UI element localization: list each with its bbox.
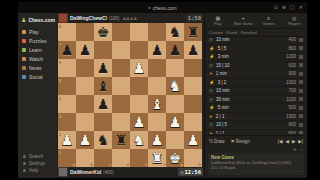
seek-time-control: 30 min — [216, 97, 238, 102]
piece-white-knight[interactable]: ♞ — [166, 77, 184, 95]
square-e3[interactable]: ♟ — [130, 113, 148, 131]
search-icon — [23, 155, 26, 158]
square-d2[interactable]: ♜ — [112, 131, 130, 149]
piece-white-pawn[interactable]: ♟ — [184, 131, 202, 149]
file-label: h — [199, 162, 201, 167]
square-a2[interactable]: 2♟ — [58, 131, 76, 149]
sidebar-item-play[interactable]: Play — [18, 27, 57, 36]
seek-avatar — [299, 55, 303, 59]
square-c7[interactable] — [94, 41, 112, 59]
seek-time-control: 3 min — [218, 54, 240, 59]
watch-icon — [22, 57, 26, 61]
square-e5[interactable] — [130, 77, 148, 95]
piece-black-knight[interactable]: ♞ — [94, 131, 112, 149]
seek-time-control: 1 min — [216, 71, 238, 76]
square-h2[interactable]: ♟ — [184, 131, 202, 149]
new-game-tab-icon: + — [242, 15, 245, 21]
social-icon — [22, 75, 26, 79]
seek-row[interactable]: ◷15 | 10600 — [205, 62, 307, 71]
time-control-icon: ➤ — [209, 113, 213, 120]
square-a7[interactable]: 7♟ — [58, 41, 76, 59]
chess-board[interactable]: 8♚♞♜7♟♟♟♟♟6♟♟5♝♞4♟♝3♟♟2♟♟♞♜♞♟♟1abcdef♜g♚… — [58, 23, 202, 167]
square-f6[interactable] — [148, 59, 166, 77]
seek-time-control: 1 | 1 — [216, 131, 238, 134]
rank-label: 4 — [59, 96, 61, 101]
site-favicon-icon: ● — [148, 5, 150, 10]
square-g5[interactable]: ♞ — [166, 77, 184, 95]
seek-time-control: 2 | 1 — [216, 114, 238, 119]
square-d7[interactable] — [112, 41, 130, 59]
square-h1[interactable]: h — [184, 149, 202, 167]
player-name[interactable]: DaWinnerKid — [70, 169, 101, 175]
seek-row[interactable]: ◷10 min700 — [205, 87, 307, 96]
sidebar-nav: PlayPuzzlesLearnWatchNewsSocial — [18, 27, 57, 81]
seek-row[interactable]: ⚡3 | 21000 — [205, 79, 307, 88]
seek-row[interactable]: ⚡3 min1200 — [205, 53, 307, 62]
panel-tabs: ▦Play+New Game≡Games◎Players — [205, 13, 307, 29]
square-b6[interactable] — [76, 59, 94, 77]
time-control-icon: ◷ — [209, 96, 213, 103]
piece-white-rook[interactable]: ♜ — [148, 149, 166, 167]
seek-time-control: 5 min — [218, 105, 240, 110]
rank-label: 8 — [59, 24, 61, 29]
logo-text: Chess.com — [28, 17, 55, 23]
seek-rating: 1000 — [286, 80, 296, 85]
square-d6[interactable] — [112, 59, 130, 77]
sidebar-footer: SearchSettingsHelp — [18, 153, 57, 174]
piece-white-pawn[interactable]: ♟ — [58, 131, 76, 149]
sidebar-item-label: Puzzles — [29, 38, 47, 44]
square-f5[interactable] — [148, 77, 166, 95]
square-d5[interactable] — [112, 77, 130, 95]
time-control-icon: ◷ — [209, 62, 213, 69]
window-maximize-icon[interactable]: ▢ — [290, 2, 295, 13]
square-f7[interactable]: ♟ — [148, 41, 166, 59]
tab-label: Players — [288, 22, 301, 26]
piece-black-king[interactable]: ♚ — [94, 23, 112, 41]
seek-row[interactable]: ➤1 min900 — [205, 70, 307, 79]
square-c2[interactable]: ♞ — [94, 131, 112, 149]
seek-avatar — [299, 46, 303, 50]
size-increase-button[interactable]: + — [293, 146, 296, 152]
player-bar: DaWinnerKid (400) ◷ 12:56 — [58, 167, 203, 177]
sidebar-item-watch[interactable]: Watch — [18, 54, 57, 63]
window-controls: ⊙ ⊕ ▢ ✕ — [274, 2, 303, 13]
seek-rating: 1100 — [286, 97, 296, 102]
sidebar-footer-label: Search — [29, 154, 43, 159]
tab-label: Play — [214, 22, 221, 26]
square-b7[interactable]: ♟ — [76, 41, 94, 59]
app-window: ● chess.com ⊙ ⊕ ▢ ✕ ♟ Chess.com PlayPuzz… — [18, 2, 307, 178]
square-e4[interactable] — [130, 95, 148, 113]
piece-black-pawn[interactable]: ♟ — [184, 41, 202, 59]
window-close-icon[interactable]: ✕ — [299, 2, 303, 13]
square-d4[interactable] — [112, 95, 130, 113]
seek-time-control: 10 min — [216, 88, 238, 93]
square-g2[interactable] — [166, 131, 184, 149]
window-title: ● chess.com — [148, 5, 176, 11]
play-panel: ▦Play+New Game≡Games◎Players Custom · Ra… — [204, 13, 307, 178]
sidebar-item-label: Learn — [29, 47, 42, 53]
seek-rating: 600 — [288, 63, 296, 68]
sidebar-item-news[interactable]: News — [18, 63, 57, 72]
chesscom-logo[interactable]: ♟ Chess.com — [18, 13, 57, 27]
piece-black-bishop[interactable]: ♝ — [94, 77, 112, 95]
sidebar-item-label: News — [29, 65, 42, 71]
seek-avatar — [299, 89, 303, 93]
tab-players[interactable]: ◎Players — [282, 13, 308, 28]
move-navigation: |◀ ◀ ▶ ▶| — [278, 139, 303, 144]
piece-black-pawn[interactable]: ♟ — [148, 41, 166, 59]
nav-forward-icon[interactable]: ▶ — [292, 139, 295, 144]
seek-rating: 700 — [288, 88, 296, 93]
board-column: DaWingChewCl (100) ♙ ♙ ♙ ♙ 1:50 8♚♞♜7♟♟♟… — [57, 13, 204, 178]
square-h8[interactable]: ♜ — [184, 23, 202, 41]
chat-more-icon[interactable]: ⋯ — [297, 168, 302, 174]
square-f2[interactable]: ♟ — [148, 131, 166, 149]
piece-white-pawn[interactable]: ♟ — [148, 131, 166, 149]
seek-time-control: 15 | 10 — [216, 63, 238, 68]
square-e6[interactable]: ♟ — [130, 59, 148, 77]
file-label: d — [127, 162, 129, 167]
help-icon — [23, 169, 26, 172]
seek-time-control: 10 min — [216, 37, 238, 42]
sidebar-footer-label: Settings — [29, 161, 45, 166]
square-a8[interactable]: 8 — [58, 23, 76, 41]
square-h3[interactable] — [184, 113, 202, 131]
time-control-icon: ⚡ — [209, 45, 215, 52]
seek-rating: 900 — [288, 71, 296, 76]
square-c1[interactable]: c — [94, 149, 112, 167]
seek-rating: 1300 — [286, 114, 296, 119]
file-label: b — [91, 162, 93, 167]
seek-avatar — [299, 38, 303, 42]
opponent-rating: (100) — [109, 16, 120, 21]
puzzles-icon — [22, 39, 26, 43]
square-b5[interactable] — [76, 77, 94, 95]
news-icon — [22, 66, 26, 70]
players-tab-icon: ◎ — [292, 15, 296, 21]
square-b1[interactable]: b — [76, 149, 94, 167]
nav-back-icon[interactable]: ◀ — [285, 139, 288, 144]
sidebar-item-label: Watch — [29, 56, 43, 62]
tab-label: Games — [263, 22, 275, 26]
seek-rating: 600 — [288, 131, 296, 134]
seek-avatar — [299, 114, 303, 118]
square-a3[interactable]: 3 — [58, 113, 76, 131]
file-label: e — [145, 162, 147, 167]
time-control-icon: ➤ — [209, 130, 213, 134]
seek-rating: 500 — [288, 105, 296, 110]
rank-label: 1 — [59, 150, 61, 155]
sidebar: ♟ Chess.com PlayPuzzlesLearnWatchNewsSoc… — [18, 13, 57, 178]
square-g7[interactable]: ♟ — [166, 41, 184, 59]
seek-avatar — [299, 123, 303, 127]
settings-icon — [23, 162, 26, 165]
player-avatar[interactable] — [58, 167, 68, 177]
square-e1[interactable]: e — [130, 149, 148, 167]
sidebar-item-puzzles[interactable]: Puzzles — [18, 36, 57, 45]
square-a6[interactable]: 6 — [58, 59, 76, 77]
file-label: c — [109, 162, 111, 167]
opponent-clock-time: 1:50 — [188, 15, 201, 21]
square-c5[interactable]: ♝ — [94, 77, 112, 95]
square-b2[interactable]: ♟ — [76, 131, 94, 149]
chat-box: New Game DaWinnerKid (400) vs. DaWingChe… — [208, 153, 304, 175]
square-h7[interactable]: ♟ — [184, 41, 202, 59]
seek-row[interactable]: ➤1 | 1600 — [205, 130, 307, 135]
seek-row[interactable]: ◷30 min1100 — [205, 96, 307, 105]
opponent-clock: 1:50 — [186, 14, 203, 22]
piece-black-rook[interactable]: ♜ — [112, 131, 130, 149]
sidebar-item-label: Social — [29, 74, 43, 80]
seek-time-control: 5 | 5 — [218, 46, 240, 51]
seek-avatar — [299, 131, 303, 134]
window-refresh-icon[interactable]: ⊙ — [274, 2, 278, 13]
seek-avatar — [299, 97, 303, 101]
square-f8[interactable] — [148, 23, 166, 41]
square-f1[interactable]: f♜ — [148, 149, 166, 167]
piece-black-pawn[interactable]: ♟ — [94, 59, 112, 77]
player-rating: (400) — [103, 170, 114, 175]
square-f4[interactable]: ♝ — [148, 95, 166, 113]
tab-play[interactable]: ▦Play — [205, 13, 231, 28]
seek-row[interactable]: ➤2 | 11300 — [205, 113, 307, 122]
piece-black-pawn[interactable]: ♟ — [76, 41, 94, 59]
seek-time-control: 3 | 2 — [218, 80, 240, 85]
seek-row[interactable]: ◷10 | 5800 — [205, 121, 307, 130]
opponent-captured-pieces: ♙ ♙ ♙ ♙ — [122, 16, 136, 21]
seek-avatar — [299, 63, 303, 67]
time-control-icon: ⚡ — [209, 53, 215, 60]
square-e2[interactable]: ♞ — [130, 131, 148, 149]
square-c4[interactable]: ♟ — [94, 95, 112, 113]
time-control-icon: ◷ — [209, 121, 213, 128]
nav-last-icon[interactable]: ▶| — [298, 139, 303, 144]
window-title-text: chess.com — [153, 5, 177, 11]
seek-row[interactable]: ◷10 min400 — [205, 36, 307, 45]
time-control-icon: ◷ — [209, 87, 213, 94]
tab-new-game[interactable]: +New Game — [231, 13, 257, 28]
sidebar-footer-label: Help — [29, 168, 38, 173]
sidebar-item-label: Play — [29, 29, 39, 35]
play-icon — [22, 30, 26, 34]
draw-button[interactable]: ½ Draw — [209, 139, 225, 144]
square-d1[interactable]: d — [112, 149, 130, 167]
opponent-avatar[interactable] — [58, 13, 68, 23]
piece-white-bishop[interactable]: ♝ — [148, 95, 166, 113]
player-clock: ◷ 12:56 — [178, 168, 203, 176]
seek-list: ◷10 min400⚡5 | 5800⚡3 min1200◷15 | 10600… — [205, 36, 307, 134]
time-control-icon: ⚡ — [209, 104, 215, 111]
player-clock-time: 12:56 — [184, 169, 201, 175]
seek-time-control: 10 | 5 — [216, 122, 238, 127]
piece-white-pawn[interactable]: ♟ — [166, 113, 184, 131]
opponent-bar: DaWingChewCl (100) ♙ ♙ ♙ ♙ 1:50 — [58, 13, 203, 23]
square-e7[interactable] — [130, 41, 148, 59]
file-label: a — [73, 162, 75, 167]
square-h4[interactable] — [184, 95, 202, 113]
square-a4[interactable]: 4 — [58, 95, 76, 113]
seek-row[interactable]: ⚡5 | 5800 — [205, 45, 307, 54]
time-control-icon: ⚡ — [209, 79, 215, 86]
square-b3[interactable] — [76, 113, 94, 131]
sidebar-item-learn[interactable]: Learn — [18, 45, 57, 54]
square-f3[interactable] — [148, 113, 166, 131]
sidebar-item-social[interactable]: Social — [18, 72, 57, 81]
nav-first-icon[interactable]: |◀ — [278, 139, 283, 144]
piece-black-pawn[interactable]: ♟ — [94, 95, 112, 113]
window-zoom-icon[interactable]: ⊕ — [282, 2, 286, 13]
piece-black-knight[interactable]: ♞ — [166, 23, 184, 41]
seek-rating: 1200 — [286, 54, 296, 59]
square-d8[interactable] — [112, 23, 130, 41]
piece-white-king[interactable]: ♚ — [166, 149, 184, 167]
square-a5[interactable]: 5 — [58, 77, 76, 95]
time-control-icon: ◷ — [209, 36, 213, 43]
tab-label: New Game — [234, 22, 253, 26]
piece-white-pawn[interactable]: ♟ — [130, 59, 148, 77]
sidebar-footer-help[interactable]: Help — [18, 167, 57, 174]
piece-white-pawn[interactable]: ♟ — [76, 131, 94, 149]
seek-rating: 800 — [288, 46, 296, 51]
square-a1[interactable]: 1a — [58, 149, 76, 167]
square-c3[interactable] — [94, 113, 112, 131]
logo-pawn-icon: ♟ — [21, 16, 26, 23]
square-h6[interactable] — [184, 59, 202, 77]
screenshot-root: { "game": "chess", "position": { "fen": … — [0, 0, 320, 180]
sidebar-footer-settings[interactable]: Settings — [18, 160, 57, 167]
square-g1[interactable]: g♚ — [166, 149, 184, 167]
time-control-icon: ➤ — [209, 70, 213, 77]
seek-rating: 400 — [288, 37, 296, 42]
square-c8[interactable]: ♚ — [94, 23, 112, 41]
square-g3[interactable]: ♟ — [166, 113, 184, 131]
seek-avatar — [299, 80, 303, 84]
piece-white-knight[interactable]: ♞ — [130, 131, 148, 149]
square-g4[interactable] — [166, 95, 184, 113]
square-c6[interactable]: ♟ — [94, 59, 112, 77]
piece-black-pawn[interactable]: ♟ — [166, 41, 184, 59]
tab-games[interactable]: ≡Games — [256, 13, 282, 28]
rank-label: 6 — [59, 60, 61, 65]
opponent-name[interactable]: DaWingChewCl — [70, 15, 107, 21]
chat-timecontrol-line: 15 | 10 Rapid — [211, 165, 301, 170]
window-titlebar: ● chess.com ⊙ ⊕ ▢ ✕ — [18, 2, 307, 13]
square-g8[interactable]: ♞ — [166, 23, 184, 41]
board-size-controls: + − — [293, 146, 303, 152]
piece-black-rook[interactable]: ♜ — [184, 23, 202, 41]
game-actions: ½ Draw ⚑ Resign |◀ ◀ ▶ ▶| — [205, 135, 307, 146]
square-g6[interactable] — [166, 59, 184, 77]
play-tab-icon: ▦ — [215, 15, 220, 21]
resign-button[interactable]: ⚑ Resign — [231, 139, 250, 144]
square-d3[interactable] — [112, 113, 130, 131]
clock-icon: ◷ — [180, 170, 184, 175]
sidebar-footer-search[interactable]: Search — [18, 153, 57, 160]
rank-label: 5 — [59, 78, 61, 83]
seek-rating: 800 — [288, 122, 296, 127]
seek-avatar — [299, 72, 303, 76]
square-h5[interactable] — [184, 77, 202, 95]
rank-label: 3 — [59, 114, 61, 119]
square-e8[interactable] — [130, 23, 148, 41]
seek-avatar — [299, 106, 303, 110]
seek-row[interactable]: ⚡5 min500 — [205, 104, 307, 113]
games-tab-icon: ≡ — [267, 15, 270, 21]
piece-white-pawn[interactable]: ♟ — [130, 113, 148, 131]
size-decrease-button[interactable]: − — [300, 146, 303, 152]
learn-icon — [22, 48, 26, 52]
square-b4[interactable] — [76, 95, 94, 113]
square-b8[interactable] — [76, 23, 94, 41]
piece-black-pawn[interactable]: ♟ — [58, 41, 76, 59]
